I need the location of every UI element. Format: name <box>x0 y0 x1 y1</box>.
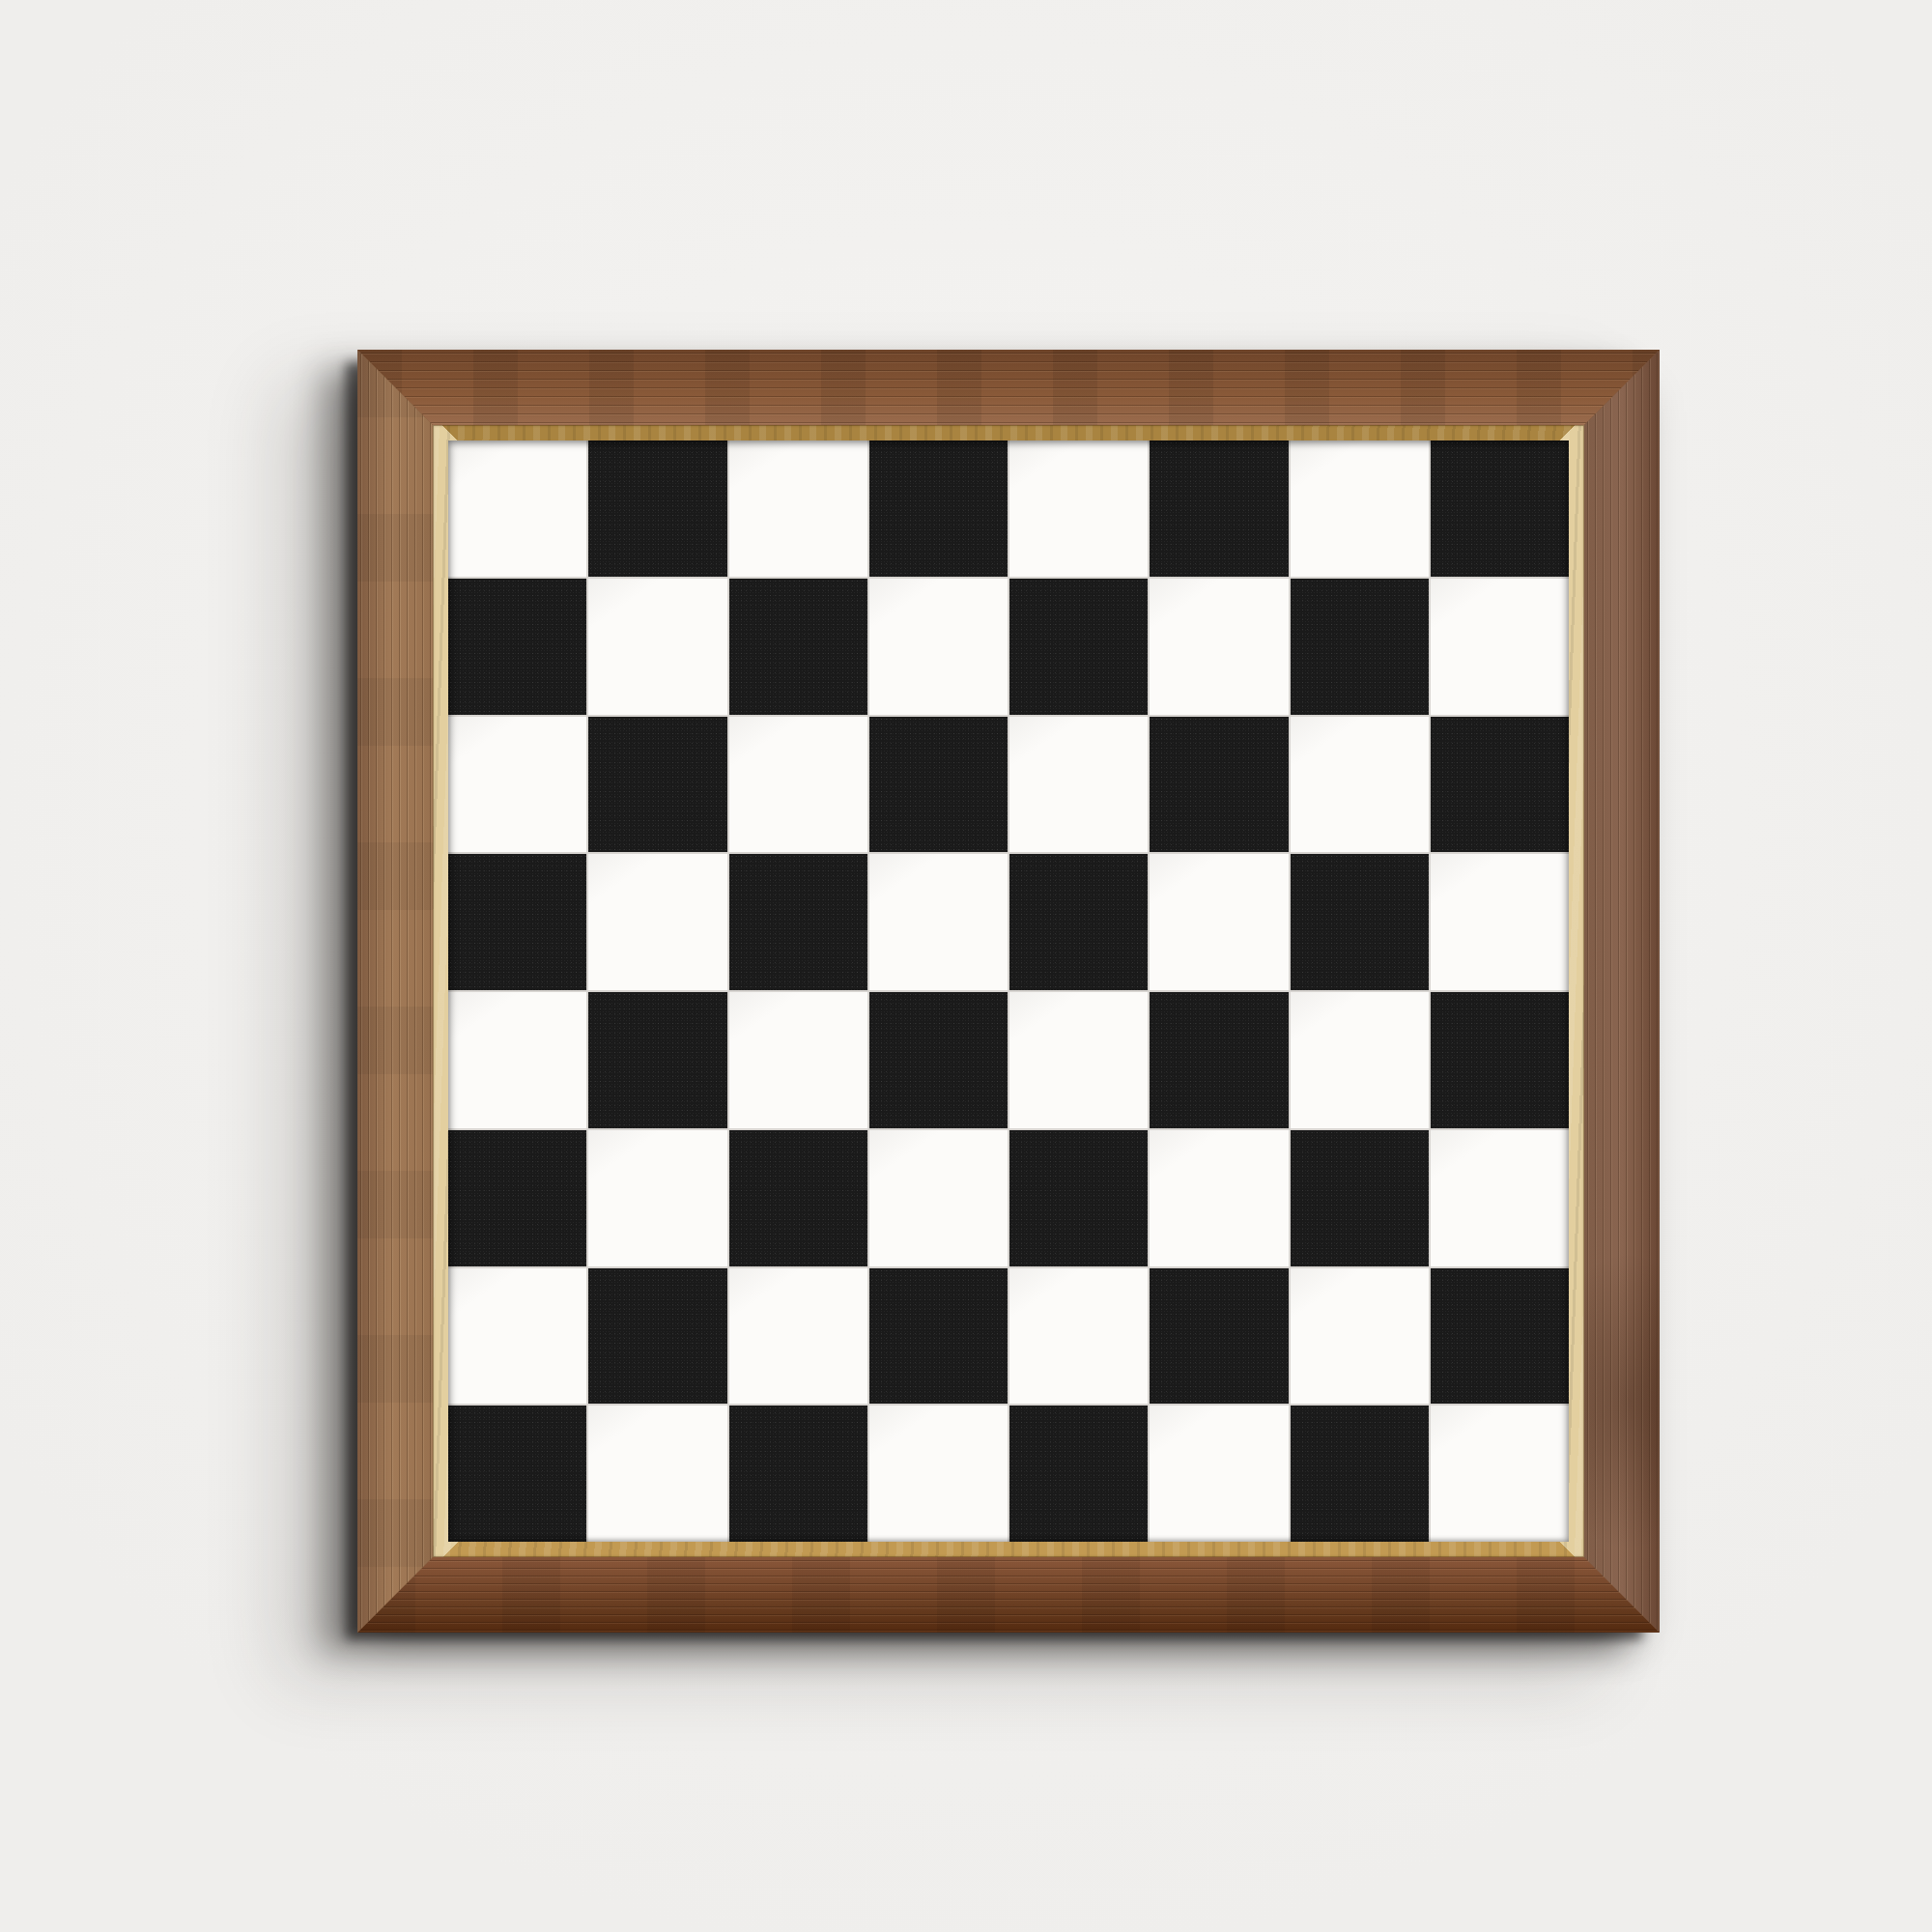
square-b2[interactable] <box>588 1268 726 1405</box>
square-g8[interactable] <box>1291 440 1429 577</box>
square-d8[interactable] <box>869 440 1008 577</box>
square-a8[interactable] <box>448 440 586 577</box>
square-a1[interactable] <box>448 1406 586 1542</box>
square-a6[interactable] <box>448 717 586 853</box>
square-b3[interactable] <box>588 1130 726 1266</box>
square-d7[interactable] <box>869 579 1008 715</box>
page: { "game": "chess", "scene": { "descripti… <box>0 0 1932 1932</box>
square-f2[interactable] <box>1150 1268 1288 1405</box>
square-e4[interactable] <box>1009 992 1148 1128</box>
square-f8[interactable] <box>1150 440 1288 577</box>
square-a3[interactable] <box>448 1130 586 1266</box>
square-b7[interactable] <box>588 579 726 715</box>
square-f1[interactable] <box>1150 1406 1288 1542</box>
square-f4[interactable] <box>1150 992 1288 1128</box>
square-e8[interactable] <box>1009 440 1148 577</box>
square-e6[interactable] <box>1009 717 1148 853</box>
square-f7[interactable] <box>1150 579 1288 715</box>
square-g2[interactable] <box>1291 1268 1429 1405</box>
square-g6[interactable] <box>1291 717 1429 853</box>
square-c7[interactable] <box>729 579 867 715</box>
board-squares-grid <box>448 440 1569 1542</box>
brass-inlay-trim <box>433 425 1584 1557</box>
square-d2[interactable] <box>869 1268 1008 1405</box>
square-a5[interactable] <box>448 854 586 990</box>
square-g1[interactable] <box>1291 1406 1429 1542</box>
square-g4[interactable] <box>1291 992 1429 1128</box>
square-c8[interactable] <box>729 440 867 577</box>
square-c2[interactable] <box>729 1268 867 1405</box>
square-f3[interactable] <box>1150 1130 1288 1266</box>
square-h3[interactable] <box>1431 1130 1569 1266</box>
square-g7[interactable] <box>1291 579 1429 715</box>
square-g3[interactable] <box>1291 1130 1429 1266</box>
square-h4[interactable] <box>1431 992 1569 1128</box>
square-b8[interactable] <box>588 440 726 577</box>
square-d4[interactable] <box>869 992 1008 1128</box>
square-h2[interactable] <box>1431 1268 1569 1405</box>
square-b6[interactable] <box>588 717 726 853</box>
square-g5[interactable] <box>1291 854 1429 990</box>
board-frame-left <box>357 350 433 1633</box>
square-d3[interactable] <box>869 1130 1008 1266</box>
square-d1[interactable] <box>869 1406 1008 1542</box>
square-e7[interactable] <box>1009 579 1148 715</box>
square-b5[interactable] <box>588 854 726 990</box>
square-d5[interactable] <box>869 854 1008 990</box>
square-b1[interactable] <box>588 1406 726 1542</box>
square-h6[interactable] <box>1431 717 1569 853</box>
square-h8[interactable] <box>1431 440 1569 577</box>
chessboard <box>357 350 1660 1633</box>
square-d6[interactable] <box>869 717 1008 853</box>
photo-backdrop <box>0 0 1932 1932</box>
square-h1[interactable] <box>1431 1406 1569 1542</box>
square-h7[interactable] <box>1431 579 1569 715</box>
square-a4[interactable] <box>448 992 586 1128</box>
board-frame-right <box>1584 350 1660 1633</box>
square-c6[interactable] <box>729 717 867 853</box>
square-f6[interactable] <box>1150 717 1288 853</box>
board-frame-top <box>357 350 1660 425</box>
square-e3[interactable] <box>1009 1130 1148 1266</box>
square-f5[interactable] <box>1150 854 1288 990</box>
square-e1[interactable] <box>1009 1406 1148 1542</box>
square-c1[interactable] <box>729 1406 867 1542</box>
square-c3[interactable] <box>729 1130 867 1266</box>
square-e5[interactable] <box>1009 854 1148 990</box>
square-a7[interactable] <box>448 579 586 715</box>
board-frame-bottom <box>357 1557 1660 1633</box>
square-a2[interactable] <box>448 1268 586 1405</box>
square-e2[interactable] <box>1009 1268 1148 1405</box>
square-c5[interactable] <box>729 854 867 990</box>
square-b4[interactable] <box>588 992 726 1128</box>
square-c4[interactable] <box>729 992 867 1128</box>
square-h5[interactable] <box>1431 854 1569 990</box>
